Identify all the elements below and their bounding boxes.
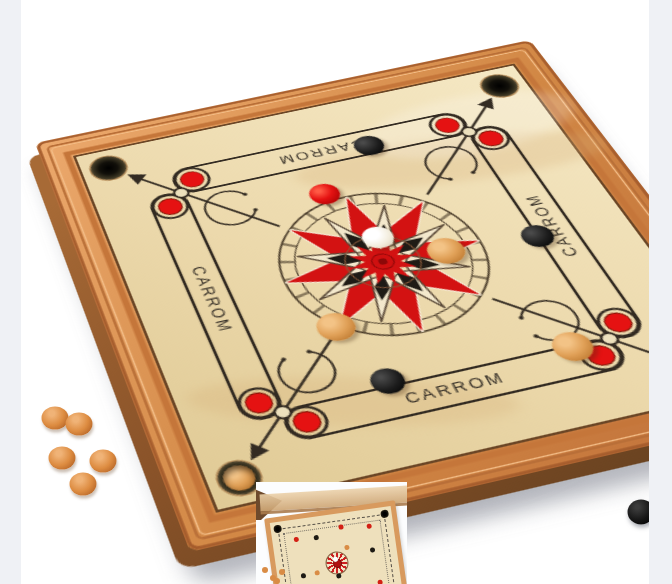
wooden-coin [42, 407, 69, 430]
page-gutter-left [0, 0, 21, 584]
wooden-coin [545, 329, 600, 365]
wooden-coin [90, 450, 117, 473]
wooden-coin [66, 413, 93, 436]
page-gutter-right [649, 0, 672, 584]
mini-wood-dot [279, 569, 285, 575]
wooden-pocketed-coin [219, 463, 260, 494]
black-coin [349, 133, 388, 157]
product-thumbnail[interactable] [256, 482, 407, 584]
mini-wood-dot [262, 567, 268, 573]
wooden-coin [49, 447, 76, 470]
mini-pocket [380, 509, 389, 518]
wooden-coin [311, 310, 362, 345]
mini-red-dot [377, 579, 383, 584]
mini-wood-dot [274, 578, 280, 584]
product-photo: CARROM CARROM CARROM CARROM [0, 0, 672, 584]
wooden-coin [421, 235, 471, 267]
queen-red-coin [305, 181, 345, 206]
black-coin [516, 222, 560, 249]
white-coin [357, 224, 398, 251]
wooden-coin [70, 473, 97, 496]
black-coin [365, 365, 410, 396]
